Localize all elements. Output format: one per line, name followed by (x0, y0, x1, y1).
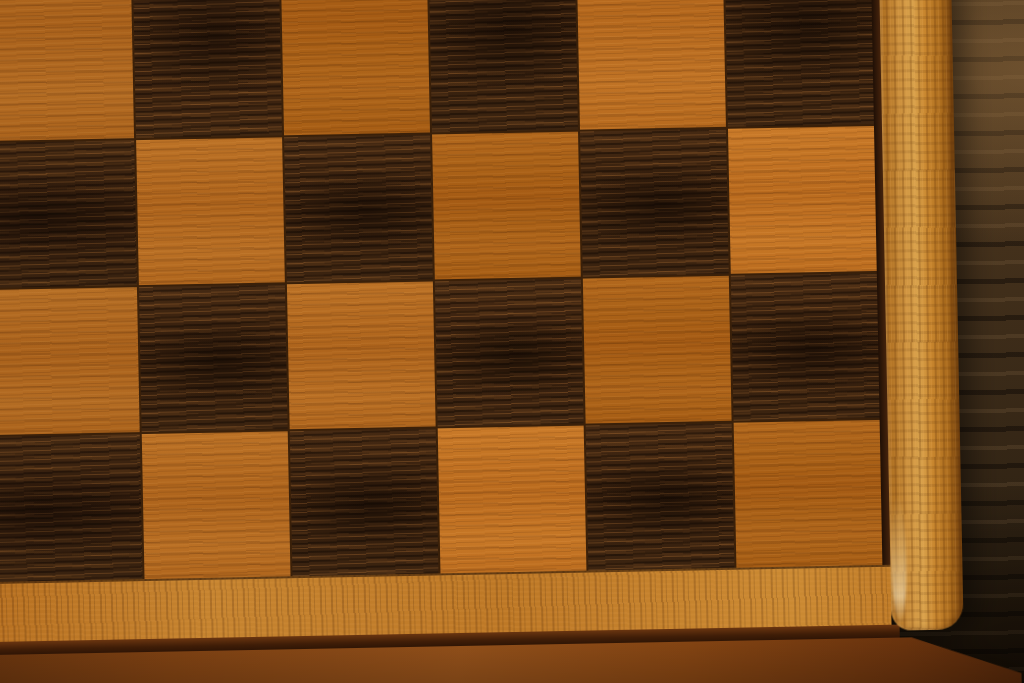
board-square-dark (0, 140, 137, 289)
chessboard (0, 0, 882, 583)
board-square-light (280, 0, 430, 135)
board-square-dark (0, 434, 143, 583)
board-square-dark (290, 428, 439, 576)
board-square-light (728, 126, 877, 274)
board-square-light (734, 420, 883, 568)
board-square-light (136, 137, 285, 285)
tabletop (0, 0, 892, 643)
table-edge-rail (878, 0, 964, 631)
board-square-dark (284, 134, 433, 282)
photo-scene (0, 0, 1024, 683)
board-square-light (576, 0, 726, 130)
board-square-dark (428, 0, 578, 132)
board-square-light (583, 276, 732, 424)
board-square-dark (731, 273, 880, 421)
board-square-light (142, 431, 291, 579)
games-table (0, 0, 1024, 683)
board-square-light (432, 132, 581, 280)
board-square-light (0, 287, 140, 436)
board-square-dark (139, 284, 288, 432)
board-square-dark (580, 129, 729, 277)
board-square-dark (132, 0, 282, 138)
board-square-light (0, 0, 134, 142)
board-square-dark (586, 423, 735, 571)
board-square-dark (724, 0, 874, 127)
board-square-light (438, 426, 587, 574)
board-square-dark (435, 279, 584, 427)
board-square-light (287, 281, 436, 429)
